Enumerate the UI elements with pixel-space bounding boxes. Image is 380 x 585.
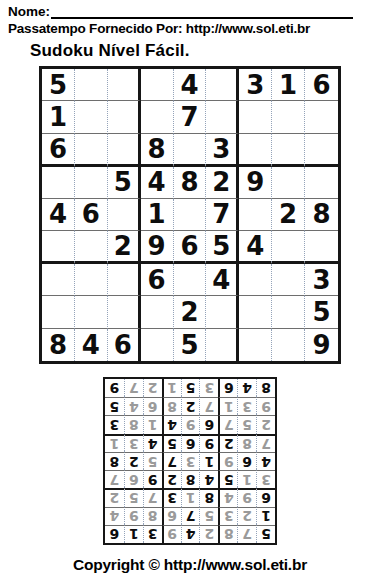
puzzle-cell-r9c2: 4 bbox=[75, 329, 108, 361]
puzzle-cell-r1c2[interactable] bbox=[75, 69, 108, 101]
solution-cell-r3c8: 5 bbox=[124, 488, 143, 506]
puzzle-cell-r1c9: 6 bbox=[305, 69, 338, 101]
puzzle-cell-r4c7: 9 bbox=[239, 167, 272, 199]
sudoku-puzzle-board: 543161768354829461728296546432584659 bbox=[39, 66, 341, 364]
puzzle-cell-r9c4[interactable] bbox=[141, 329, 174, 361]
puzzle-cell-r2c3[interactable] bbox=[108, 101, 141, 133]
solution-cell-r6c1: 7 bbox=[256, 434, 275, 452]
puzzle-cell-r2c9[interactable] bbox=[305, 101, 338, 133]
solution-cell-r6c8: 3 bbox=[124, 434, 143, 452]
puzzle-cell-r7c1[interactable] bbox=[42, 264, 75, 296]
solution-cell-r6c9: 1 bbox=[105, 434, 124, 452]
solution-cell-r9c9: 9 bbox=[105, 379, 124, 397]
puzzle-cell-r6c5: 6 bbox=[174, 231, 207, 264]
puzzle-cell-r4c4: 4 bbox=[141, 167, 174, 199]
puzzle-cell-r7c2[interactable] bbox=[75, 264, 108, 296]
solution-cell-r5c9: 8 bbox=[105, 452, 124, 470]
puzzle-cell-r1c6[interactable] bbox=[206, 69, 239, 101]
solution-cell-r9c4: 3 bbox=[199, 379, 218, 397]
puzzle-cell-r5c5[interactable] bbox=[174, 199, 207, 231]
solution-cell-r7c2: 5 bbox=[237, 415, 256, 433]
worksheet-page: Nome: Passatempo Fornecido Por: http://w… bbox=[0, 0, 380, 585]
puzzle-cell-r3c5[interactable] bbox=[174, 134, 207, 167]
puzzle-cell-r4c5: 8 bbox=[174, 167, 207, 199]
solution-cell-r8c6: 8 bbox=[162, 397, 181, 415]
puzzle-cell-r7c6: 4 bbox=[206, 264, 239, 296]
solution-cell-r9c2: 4 bbox=[237, 379, 256, 397]
solution-cell-r7c6: 4 bbox=[162, 415, 181, 433]
solution-cell-r2c1: 1 bbox=[256, 507, 275, 525]
solution-cell-r3c1: 6 bbox=[256, 488, 275, 506]
puzzle-cell-r3c8[interactable] bbox=[272, 134, 305, 167]
puzzle-cell-r8c8[interactable] bbox=[272, 296, 305, 328]
puzzle-cell-r2c5: 7 bbox=[174, 101, 207, 133]
solution-cell-r2c8: 9 bbox=[124, 507, 143, 525]
solution-cell-r8c3: 1 bbox=[218, 397, 237, 415]
solution-cell-r6c6: 5 bbox=[162, 434, 181, 452]
solution-cell-r3c2: 9 bbox=[237, 488, 256, 506]
puzzle-cell-r5c4: 1 bbox=[141, 199, 174, 231]
solution-cell-r9c7: 2 bbox=[143, 379, 162, 397]
puzzle-cell-r5c7[interactable] bbox=[239, 199, 272, 231]
solution-cell-r4c3: 5 bbox=[218, 470, 237, 488]
puzzle-cell-r8c9: 5 bbox=[305, 296, 338, 328]
copyright-line: Copyright © http://www.sol.eti.br bbox=[0, 556, 380, 574]
puzzle-cell-r4c8[interactable] bbox=[272, 167, 305, 199]
puzzle-cell-r9c3: 6 bbox=[108, 329, 141, 361]
puzzle-cell-r1c8: 1 bbox=[272, 69, 305, 101]
solution-cell-r2c5: 7 bbox=[181, 507, 200, 525]
puzzle-cell-r8c3[interactable] bbox=[108, 296, 141, 328]
puzzle-cell-r9c5: 5 bbox=[174, 329, 207, 361]
puzzle-cell-r6c4: 9 bbox=[141, 231, 174, 264]
solution-cell-r5c3: 9 bbox=[218, 452, 237, 470]
name-row: Nome: bbox=[8, 3, 353, 19]
solution-cell-r1c2: 7 bbox=[237, 525, 256, 543]
solution-cell-r5c8: 2 bbox=[124, 452, 143, 470]
solution-cell-r1c5: 4 bbox=[181, 525, 200, 543]
puzzle-cell-r3c7[interactable] bbox=[239, 134, 272, 167]
puzzle-cell-r1c4[interactable] bbox=[141, 69, 174, 101]
puzzle-cell-r9c1: 8 bbox=[42, 329, 75, 361]
puzzle-cell-r8c1[interactable] bbox=[42, 296, 75, 328]
solution-cell-r2c6: 6 bbox=[162, 507, 181, 525]
puzzle-cell-r3c1: 6 bbox=[42, 134, 75, 167]
solution-cell-r7c4: 6 bbox=[199, 415, 218, 433]
solution-cell-r2c2: 2 bbox=[237, 507, 256, 525]
puzzle-cell-r8c5: 2 bbox=[174, 296, 207, 328]
puzzle-cell-r9c6[interactable] bbox=[206, 329, 239, 361]
solution-cell-r1c6: 9 bbox=[162, 525, 181, 543]
solution-cell-r7c5: 9 bbox=[181, 415, 200, 433]
solution-cell-r8c5: 2 bbox=[181, 397, 200, 415]
puzzle-cell-r7c9: 3 bbox=[305, 264, 338, 296]
puzzle-cell-r1c3[interactable] bbox=[108, 69, 141, 101]
puzzle-cell-r6c1[interactable] bbox=[42, 231, 75, 264]
solution-cell-r9c5: 5 bbox=[181, 379, 200, 397]
solution-cell-r5c2: 6 bbox=[237, 452, 256, 470]
puzzle-cell-r6c3: 2 bbox=[108, 231, 141, 264]
puzzle-cell-r2c7[interactable] bbox=[239, 101, 272, 133]
puzzle-cell-r2c2[interactable] bbox=[75, 101, 108, 133]
solution-cell-r9c3: 6 bbox=[218, 379, 237, 397]
puzzle-cell-r7c7[interactable] bbox=[239, 264, 272, 296]
puzzle-cell-r1c7: 3 bbox=[239, 69, 272, 101]
solution-cell-r4c4: 4 bbox=[199, 470, 218, 488]
puzzle-cell-r6c6: 5 bbox=[206, 231, 239, 264]
solution-cell-r7c1: 2 bbox=[256, 415, 275, 433]
solution-cell-r9c8: 7 bbox=[124, 379, 143, 397]
solution-cell-r4c5: 8 bbox=[181, 470, 200, 488]
puzzle-cell-r4c6: 2 bbox=[206, 167, 239, 199]
solution-cell-r3c3: 4 bbox=[218, 488, 237, 506]
puzzle-cell-r9c9: 9 bbox=[305, 329, 338, 361]
puzzle-cell-r9c8[interactable] bbox=[272, 329, 305, 361]
solution-cell-r7c8: 8 bbox=[124, 415, 143, 433]
solution-cell-r2c3: 3 bbox=[218, 507, 237, 525]
puzzle-cell-r3c2[interactable] bbox=[75, 134, 108, 167]
solution-cell-r4c1: 3 bbox=[256, 470, 275, 488]
puzzle-cell-r5c8: 2 bbox=[272, 199, 305, 231]
puzzle-cell-r6c2[interactable] bbox=[75, 231, 108, 264]
puzzle-cell-r3c6: 3 bbox=[206, 134, 239, 167]
solution-cell-r3c7: 7 bbox=[143, 488, 162, 506]
solution-cell-r8c4: 7 bbox=[199, 397, 218, 415]
solution-cell-r5c7: 5 bbox=[143, 452, 162, 470]
puzzle-cell-r3c4: 8 bbox=[141, 134, 174, 167]
puzzle-cell-r4c3: 5 bbox=[108, 167, 141, 199]
puzzle-cell-r1c5: 4 bbox=[174, 69, 207, 101]
puzzle-cell-r9c7[interactable] bbox=[239, 329, 272, 361]
solution-cell-r2c4: 5 bbox=[199, 507, 218, 525]
solution-cell-r3c5: 1 bbox=[181, 488, 200, 506]
puzzle-cell-r8c4[interactable] bbox=[141, 296, 174, 328]
puzzle-cell-r6c8[interactable] bbox=[272, 231, 305, 264]
puzzle-cell-r7c5[interactable] bbox=[174, 264, 207, 296]
puzzle-cell-r6c9[interactable] bbox=[305, 231, 338, 264]
puzzle-cell-r3c3[interactable] bbox=[108, 134, 141, 167]
solution-cell-r5c4: 1 bbox=[199, 452, 218, 470]
solution-cell-r6c7: 4 bbox=[143, 434, 162, 452]
puzzle-cell-r5c9: 8 bbox=[305, 199, 338, 231]
puzzle-cell-r3c9[interactable] bbox=[305, 134, 338, 167]
solution-cell-r4c2: 1 bbox=[237, 470, 256, 488]
puzzle-cell-r1c1: 5 bbox=[42, 69, 75, 101]
solution-cell-r6c5: 6 bbox=[181, 434, 200, 452]
solution-cell-r7c3: 7 bbox=[218, 415, 237, 433]
solution-cell-r5c1: 4 bbox=[256, 452, 275, 470]
solution-cell-r1c8: 1 bbox=[124, 525, 143, 543]
puzzle-cell-r4c2[interactable] bbox=[75, 167, 108, 199]
solution-cell-r1c9: 6 bbox=[105, 525, 124, 543]
solution-cell-r4c8: 6 bbox=[124, 470, 143, 488]
solution-cell-r4c6: 2 bbox=[162, 470, 181, 488]
puzzle-cell-r5c2: 6 bbox=[75, 199, 108, 231]
solution-cell-r1c7: 3 bbox=[143, 525, 162, 543]
solution-cell-r3c4: 8 bbox=[199, 488, 218, 506]
puzzle-cell-r2c8[interactable] bbox=[272, 101, 305, 133]
solution-cell-r7c7: 1 bbox=[143, 415, 162, 433]
puzzle-cell-r8c2[interactable] bbox=[75, 296, 108, 328]
sudoku-solution-board-rotated: 5782493161235768946948137523154829674691… bbox=[103, 377, 277, 545]
solution-cell-r4c7: 9 bbox=[143, 470, 162, 488]
solution-cell-r1c3: 8 bbox=[218, 525, 237, 543]
puzzle-cell-r8c6[interactable] bbox=[206, 296, 239, 328]
provider-line: Passatempo Fornecido Por: http://www.sol… bbox=[8, 21, 310, 36]
solution-cell-r8c7: 6 bbox=[143, 397, 162, 415]
puzzle-cell-r8c7[interactable] bbox=[239, 296, 272, 328]
puzzle-cell-r2c4[interactable] bbox=[141, 101, 174, 133]
solution-cell-r8c2: 3 bbox=[237, 397, 256, 415]
solution-cell-r4c9: 7 bbox=[105, 470, 124, 488]
solution-cell-r3c6: 3 bbox=[162, 488, 181, 506]
solution-cell-r1c1: 5 bbox=[256, 525, 275, 543]
puzzle-cell-r7c4: 6 bbox=[141, 264, 174, 296]
solution-cell-r1c4: 2 bbox=[199, 525, 218, 543]
solution-cell-r6c3: 2 bbox=[218, 434, 237, 452]
solution-cell-r2c7: 8 bbox=[143, 507, 162, 525]
puzzle-cell-r7c8[interactable] bbox=[272, 264, 305, 296]
solution-cell-r9c6: 1 bbox=[162, 379, 181, 397]
solution-cell-r3c9: 2 bbox=[105, 488, 124, 506]
puzzle-cell-r4c1[interactable] bbox=[42, 167, 75, 199]
name-blank-line[interactable] bbox=[51, 3, 353, 19]
solution-cell-r2c9: 4 bbox=[105, 507, 124, 525]
puzzle-cell-r4c9[interactable] bbox=[305, 167, 338, 199]
puzzle-cell-r5c6: 7 bbox=[206, 199, 239, 231]
solution-cell-r6c4: 9 bbox=[199, 434, 218, 452]
solution-cell-r5c5: 3 bbox=[181, 452, 200, 470]
puzzle-cell-r2c1: 1 bbox=[42, 101, 75, 133]
solution-cell-r5c6: 7 bbox=[162, 452, 181, 470]
puzzle-cell-r7c3[interactable] bbox=[108, 264, 141, 296]
solution-cell-r8c8: 4 bbox=[124, 397, 143, 415]
puzzle-cell-r5c3[interactable] bbox=[108, 199, 141, 231]
name-label: Nome: bbox=[8, 4, 50, 19]
page-title: Sudoku Nível Fácil. bbox=[30, 41, 190, 61]
puzzle-cell-r2c6[interactable] bbox=[206, 101, 239, 133]
solution-cell-r8c9: 5 bbox=[105, 397, 124, 415]
solution-cell-r9c1: 8 bbox=[256, 379, 275, 397]
solution-cell-r7c9: 3 bbox=[105, 415, 124, 433]
solution-cell-r8c1: 9 bbox=[256, 397, 275, 415]
solution-cell-r6c2: 8 bbox=[237, 434, 256, 452]
puzzle-cell-r6c7: 4 bbox=[239, 231, 272, 264]
puzzle-cell-r5c1: 4 bbox=[42, 199, 75, 231]
